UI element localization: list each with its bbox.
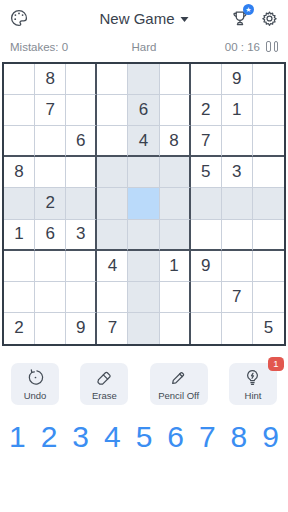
cell-r7c2[interactable] [35, 251, 66, 282]
cell-r6c1[interactable]: 1 [4, 220, 35, 251]
pencil-icon [169, 368, 188, 387]
cell-r4c1[interactable]: 8 [4, 157, 35, 188]
header: New Game ★ [0, 0, 288, 36]
cell-r9c5[interactable] [128, 313, 159, 344]
cell-r6c4[interactable] [97, 220, 128, 251]
cell-r2c7[interactable]: 2 [191, 95, 222, 126]
cell-r4c9[interactable] [253, 157, 284, 188]
cell-r3c5[interactable]: 4 [128, 126, 159, 157]
cell-r9c2[interactable] [35, 313, 66, 344]
hint-badge: 1 [268, 357, 284, 371]
cell-r5c2[interactable]: 2 [35, 188, 66, 219]
cell-r7c7[interactable]: 9 [191, 251, 222, 282]
cell-r3c1[interactable] [4, 126, 35, 157]
cell-r4c2[interactable] [35, 157, 66, 188]
hint-button[interactable]: Hint 1 [229, 363, 277, 405]
pause-button[interactable] [266, 41, 278, 52]
numpad-5[interactable]: 5 [136, 420, 153, 454]
numpad-7[interactable]: 7 [199, 420, 216, 454]
numpad-6[interactable]: 6 [167, 420, 184, 454]
numpad-9[interactable]: 9 [262, 420, 279, 454]
star-badge-icon: ★ [243, 4, 254, 15]
cell-r1c7[interactable] [191, 64, 222, 95]
cell-r2c5[interactable]: 6 [128, 95, 159, 126]
cell-r1c3[interactable] [66, 64, 97, 95]
awards-button[interactable]: ★ [230, 8, 250, 28]
cell-r8c8[interactable]: 7 [222, 282, 253, 313]
cell-r8c9[interactable] [253, 282, 284, 313]
cell-r3c3[interactable]: 6 [66, 126, 97, 157]
cell-r6c6[interactable] [160, 220, 191, 251]
cell-r7c6[interactable]: 1 [160, 251, 191, 282]
cell-r2c3[interactable] [66, 95, 97, 126]
cell-r2c1[interactable] [4, 95, 35, 126]
cell-r4c7[interactable]: 5 [191, 157, 222, 188]
cell-r6c2[interactable]: 6 [35, 220, 66, 251]
cell-r3c9[interactable] [253, 126, 284, 157]
numpad-2[interactable]: 2 [41, 420, 58, 454]
undo-label: Undo [24, 390, 47, 401]
cell-r3c2[interactable] [35, 126, 66, 157]
cell-r7c4[interactable]: 4 [97, 251, 128, 282]
undo-icon [26, 368, 45, 387]
cell-r6c5[interactable] [128, 220, 159, 251]
numpad-4[interactable]: 4 [104, 420, 121, 454]
erase-button[interactable]: Erase [80, 363, 128, 405]
palette-icon [9, 8, 29, 28]
cell-r4c6[interactable] [160, 157, 191, 188]
cell-r5c1[interactable] [4, 188, 35, 219]
cell-r3c7[interactable]: 7 [191, 126, 222, 157]
cell-r6c9[interactable] [253, 220, 284, 251]
erase-label: Erase [92, 390, 117, 401]
cell-r1c2[interactable]: 8 [35, 64, 66, 95]
cell-r5c8[interactable] [222, 188, 253, 219]
cell-r3c6[interactable]: 8 [160, 126, 191, 157]
theme-palette-button[interactable] [9, 8, 29, 28]
cell-r1c1[interactable] [4, 64, 35, 95]
lightbulb-icon [243, 368, 262, 387]
cell-r8c2[interactable] [35, 282, 66, 313]
cell-r9c9[interactable]: 5 [253, 313, 284, 344]
cell-r9c4[interactable]: 7 [97, 313, 128, 344]
cell-r4c8[interactable]: 3 [222, 157, 253, 188]
cell-r2c2[interactable]: 7 [35, 95, 66, 126]
cell-r9c3[interactable]: 9 [66, 313, 97, 344]
cell-r2c8[interactable]: 1 [222, 95, 253, 126]
cell-r4c5[interactable] [128, 157, 159, 188]
hint-label: Hint [245, 390, 262, 401]
cell-r3c8[interactable] [222, 126, 253, 157]
cell-r9c1[interactable]: 2 [4, 313, 35, 344]
cell-r2c6[interactable] [160, 95, 191, 126]
cell-r1c8[interactable]: 9 [222, 64, 253, 95]
settings-button[interactable] [260, 9, 279, 28]
undo-button[interactable]: Undo [11, 363, 59, 405]
new-game-dropdown[interactable]: New Game [99, 0, 188, 36]
cell-r1c4[interactable] [97, 64, 128, 95]
pencil-label: Pencil Off [158, 390, 199, 401]
timer: 00 : 16 [225, 41, 260, 53]
cell-r9c6[interactable] [160, 313, 191, 344]
cell-r9c7[interactable] [191, 313, 222, 344]
cell-r8c7[interactable] [191, 282, 222, 313]
pencil-button[interactable]: Pencil Off [150, 363, 208, 405]
sudoku-board: 8976216487853216341972975 [2, 62, 286, 346]
cell-r4c4[interactable] [97, 157, 128, 188]
cell-r5c7[interactable] [191, 188, 222, 219]
cell-r7c8[interactable] [222, 251, 253, 282]
gear-icon [260, 9, 279, 28]
cell-r8c6[interactable] [160, 282, 191, 313]
cell-r4c3[interactable] [66, 157, 97, 188]
cell-r1c5[interactable] [128, 64, 159, 95]
chevron-down-icon [181, 17, 189, 22]
eraser-icon [95, 368, 114, 387]
cell-r3c4[interactable] [97, 126, 128, 157]
cell-r6c8[interactable] [222, 220, 253, 251]
cell-r8c5[interactable] [128, 282, 159, 313]
numpad-1[interactable]: 1 [9, 420, 26, 454]
cell-r2c4[interactable] [97, 95, 128, 126]
cell-r1c6[interactable] [160, 64, 191, 95]
cell-r1c9[interactable] [253, 64, 284, 95]
cell-r8c1[interactable] [4, 282, 35, 313]
numpad-3[interactable]: 3 [72, 420, 89, 454]
cell-r5c4[interactable] [97, 188, 128, 219]
number-pad: 1 2 3 4 5 6 7 8 9 [0, 420, 288, 454]
difficulty-label: Hard [132, 41, 157, 53]
cell-r5c6[interactable] [160, 188, 191, 219]
cell-r7c1[interactable] [4, 251, 35, 282]
cell-r9c8[interactable] [222, 313, 253, 344]
toolbar: Undo Erase Pencil Off Hint 1 [0, 363, 288, 405]
cell-r5c5[interactable] [128, 188, 159, 219]
cell-r5c3[interactable] [66, 188, 97, 219]
mistakes-counter: Mistakes: 0 [10, 41, 68, 53]
cell-r6c7[interactable] [191, 220, 222, 251]
numpad-8[interactable]: 8 [231, 420, 248, 454]
cell-r7c3[interactable] [66, 251, 97, 282]
cell-r6c3[interactable]: 3 [66, 220, 97, 251]
cell-r7c9[interactable] [253, 251, 284, 282]
cell-r8c3[interactable] [66, 282, 97, 313]
status-bar: Mistakes: 0 Hard 00 : 16 [0, 36, 288, 57]
cell-r7c5[interactable] [128, 251, 159, 282]
page-title: New Game [99, 10, 174, 27]
cell-r5c9[interactable] [253, 188, 284, 219]
cell-r2c9[interactable] [253, 95, 284, 126]
cell-r8c4[interactable] [97, 282, 128, 313]
